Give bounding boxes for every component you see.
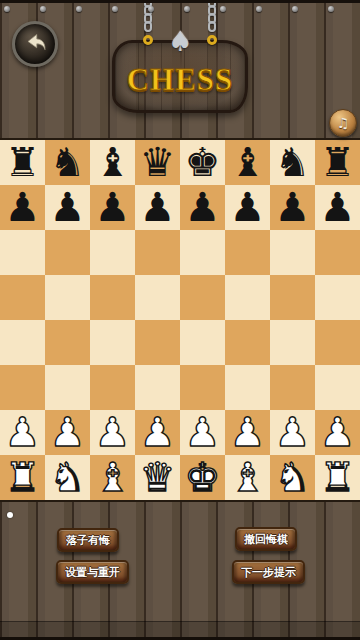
square-e8[interactable]: ♚ <box>180 140 225 185</box>
square-d1[interactable]: ♛ <box>135 455 180 500</box>
piece-white-rook: ♜ <box>5 455 41 500</box>
square-g7[interactable]: ♟ <box>270 185 315 230</box>
piece-white-pawn: ♟ <box>185 410 221 455</box>
square-e2[interactable]: ♟ <box>180 410 225 455</box>
square-h7[interactable]: ♟ <box>315 185 360 230</box>
piece-black-knight: ♞ <box>50 140 86 185</box>
square-d3[interactable] <box>135 365 180 410</box>
nail-icon <box>184 6 190 12</box>
nail-icon <box>256 6 262 12</box>
square-b5[interactable] <box>45 275 90 320</box>
top-edge <box>0 0 360 3</box>
piece-black-pawn: ♟ <box>185 185 221 230</box>
nail-icon <box>328 6 334 12</box>
square-c8[interactable]: ♝ <box>90 140 135 185</box>
square-b8[interactable]: ♞ <box>45 140 90 185</box>
square-f4[interactable] <box>225 320 270 365</box>
piece-black-rook: ♜ <box>5 140 41 185</box>
piece-white-pawn: ♟ <box>140 410 176 455</box>
square-a6[interactable] <box>0 230 45 275</box>
piece-black-pawn: ♟ <box>5 185 41 230</box>
square-f5[interactable] <box>225 275 270 320</box>
square-g3[interactable] <box>270 365 315 410</box>
piece-white-pawn: ♟ <box>275 410 311 455</box>
square-f1[interactable]: ♝ <box>225 455 270 500</box>
piece-white-bishop: ♝ <box>230 455 266 500</box>
square-f2[interactable]: ♟ <box>225 410 270 455</box>
square-d4[interactable] <box>135 320 180 365</box>
hook-right-icon <box>207 35 217 45</box>
square-e3[interactable] <box>180 365 225 410</box>
chain-link-icon <box>144 21 152 32</box>
square-h2[interactable]: ♟ <box>315 410 360 455</box>
square-c3[interactable] <box>90 365 135 410</box>
square-h8[interactable]: ♜ <box>315 140 360 185</box>
square-f7[interactable]: ♟ <box>225 185 270 230</box>
square-d2[interactable]: ♟ <box>135 410 180 455</box>
square-a7[interactable]: ♟ <box>0 185 45 230</box>
square-e6[interactable] <box>180 230 225 275</box>
square-e7[interactable]: ♟ <box>180 185 225 230</box>
nail-icon <box>220 6 226 12</box>
square-a5[interactable] <box>0 275 45 320</box>
piece-white-knight: ♞ <box>275 455 311 500</box>
piece-black-knight: ♞ <box>275 140 311 185</box>
square-f8[interactable]: ♝ <box>225 140 270 185</box>
nail-icon <box>76 6 82 12</box>
square-g4[interactable] <box>270 320 315 365</box>
spade-icon: ♠ <box>168 26 192 57</box>
square-c6[interactable] <box>90 230 135 275</box>
square-c5[interactable] <box>90 275 135 320</box>
piece-white-king: ♚ <box>185 455 221 500</box>
square-g2[interactable]: ♟ <box>270 410 315 455</box>
undo-move-button[interactable]: 撤回悔棋 <box>235 527 297 551</box>
piece-black-queen: ♛ <box>140 140 176 185</box>
piece-black-bishop: ♝ <box>95 140 131 185</box>
piece-white-pawn: ♟ <box>50 410 86 455</box>
square-d5[interactable] <box>135 275 180 320</box>
piece-black-rook: ♜ <box>320 140 356 185</box>
notification-dot <box>7 512 13 518</box>
hook-left-icon <box>143 35 153 45</box>
piece-black-pawn: ♟ <box>140 185 176 230</box>
chain-link-icon <box>208 21 216 32</box>
nail-icon <box>292 6 298 12</box>
settings-restart-button[interactable]: 设置与重开 <box>56 560 129 584</box>
piece-black-pawn: ♟ <box>320 185 356 230</box>
undo-move-label: 撤回悔棋 <box>244 532 288 547</box>
nail-icon <box>112 6 118 12</box>
undo-allowed-label: 落子有悔 <box>66 533 110 548</box>
piece-black-pawn: ♟ <box>230 185 266 230</box>
square-h5[interactable] <box>315 275 360 320</box>
square-b3[interactable] <box>45 365 90 410</box>
square-a2[interactable]: ♟ <box>0 410 45 455</box>
undo-allowed-button[interactable]: 落子有悔 <box>57 528 119 552</box>
square-g8[interactable]: ♞ <box>270 140 315 185</box>
square-d6[interactable] <box>135 230 180 275</box>
nail-icon <box>40 6 46 12</box>
square-e1[interactable]: ♚ <box>180 455 225 500</box>
square-g6[interactable] <box>270 230 315 275</box>
square-a3[interactable] <box>0 365 45 410</box>
music-button[interactable]: ♫ <box>329 109 357 137</box>
app-title: CHESS <box>115 62 245 98</box>
piece-white-queen: ♛ <box>140 455 176 500</box>
music-note-icon: ♫ <box>337 115 350 131</box>
piece-white-pawn: ♟ <box>230 410 266 455</box>
chess-board: ♜♞♝♛♚♝♞♜♟♟♟♟♟♟♟♟♟♟♟♟♟♟♟♟♜♞♝♛♚♝♞♜ <box>0 140 360 500</box>
square-a8[interactable]: ♜ <box>0 140 45 185</box>
square-h6[interactable] <box>315 230 360 275</box>
square-d8[interactable]: ♛ <box>135 140 180 185</box>
square-c1[interactable]: ♝ <box>90 455 135 500</box>
back-arrow-icon <box>21 28 49 60</box>
square-h4[interactable] <box>315 320 360 365</box>
piece-white-bishop: ♝ <box>95 455 131 500</box>
square-b6[interactable] <box>45 230 90 275</box>
square-f6[interactable] <box>225 230 270 275</box>
piece-white-pawn: ♟ <box>320 410 356 455</box>
piece-black-bishop: ♝ <box>230 140 266 185</box>
app-root: ♠ CHESS ♫ ♜♞♝♛♚♝♞♜♟♟♟♟♟♟♟♟♟♟♟♟♟♟♟♟♜♞♝♛♚♝… <box>0 0 360 640</box>
piece-black-pawn: ♟ <box>95 185 131 230</box>
nail-icon <box>4 6 10 12</box>
piece-white-knight: ♞ <box>50 455 86 500</box>
piece-white-pawn: ♟ <box>95 410 131 455</box>
piece-black-pawn: ♟ <box>50 185 86 230</box>
square-b7[interactable]: ♟ <box>45 185 90 230</box>
piece-white-pawn: ♟ <box>5 410 41 455</box>
piece-white-rook: ♜ <box>320 455 356 500</box>
piece-black-pawn: ♟ <box>275 185 311 230</box>
square-f3[interactable] <box>225 365 270 410</box>
square-h3[interactable] <box>315 365 360 410</box>
square-a4[interactable] <box>0 320 45 365</box>
nail-icon <box>148 6 154 12</box>
settings-restart-label: 设置与重开 <box>65 565 120 580</box>
hint-label: 下一步提示 <box>241 565 296 580</box>
square-c4[interactable] <box>90 320 135 365</box>
square-g1[interactable]: ♞ <box>270 455 315 500</box>
back-button[interactable] <box>12 21 58 67</box>
square-e5[interactable] <box>180 275 225 320</box>
square-g5[interactable] <box>270 275 315 320</box>
piece-black-king: ♚ <box>185 140 221 185</box>
square-b2[interactable]: ♟ <box>45 410 90 455</box>
square-a1[interactable]: ♜ <box>0 455 45 500</box>
square-h1[interactable]: ♜ <box>315 455 360 500</box>
square-d7[interactable]: ♟ <box>135 185 180 230</box>
square-b4[interactable] <box>45 320 90 365</box>
plank-ends <box>0 621 360 637</box>
square-b1[interactable]: ♞ <box>45 455 90 500</box>
hint-button[interactable]: 下一步提示 <box>232 560 305 584</box>
square-c7[interactable]: ♟ <box>90 185 135 230</box>
title-sign: ♠ CHESS <box>112 40 248 113</box>
square-e4[interactable] <box>180 320 225 365</box>
square-c2[interactable]: ♟ <box>90 410 135 455</box>
